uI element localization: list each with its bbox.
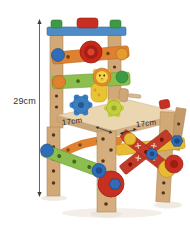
blue-bolt-mid bbox=[147, 149, 158, 160]
orange-knob-green-bar bbox=[53, 76, 66, 89]
top-knob-green-right bbox=[110, 20, 121, 28]
height-dimension-label: 29cm bbox=[6, 96, 36, 106]
green-knob-right bbox=[116, 71, 128, 83]
top-knob-red bbox=[77, 18, 98, 28]
top-knob-green-left bbox=[51, 20, 62, 28]
orange-knob-right bbox=[116, 48, 128, 60]
red-flower-screw bbox=[80, 41, 102, 63]
blue-bolt-green-plank bbox=[92, 164, 106, 178]
blue-bolt-right bbox=[171, 136, 183, 146]
height-dimension-arrow bbox=[37, 19, 41, 197]
yellow-knob bbox=[124, 133, 136, 145]
toy-chair-illustration bbox=[0, 0, 190, 236]
blue-knob-green-plank bbox=[41, 144, 54, 157]
blue-knob-orange-bar bbox=[52, 49, 65, 62]
seat-red-knob bbox=[159, 99, 170, 109]
product-photo: 29cm 17cm 17cm bbox=[0, 0, 190, 236]
